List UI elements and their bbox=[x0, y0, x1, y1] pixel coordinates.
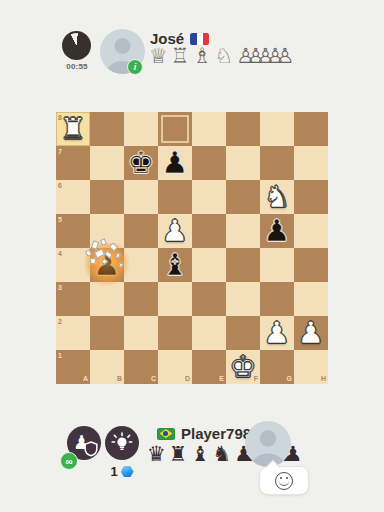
captured-pawns: ♙♙♙♙♙ bbox=[236, 46, 294, 67]
black-pawn-piece[interactable]: ♟ bbox=[158, 146, 192, 180]
rank-label: 7 bbox=[58, 148, 62, 155]
square-f5[interactable] bbox=[226, 214, 260, 248]
captured-piece: ♗ bbox=[193, 46, 212, 67]
captured-piece: ♝ bbox=[191, 444, 210, 465]
top-captured-tray: ♕♖♗♘♙♙♙♙♙ bbox=[149, 45, 294, 67]
black-pawn-piece[interactable]: ♟ bbox=[260, 214, 294, 248]
white-pawn-piece[interactable]: ♟ bbox=[294, 316, 328, 350]
rank-label: 4 bbox=[58, 250, 62, 257]
square-c8[interactable] bbox=[124, 112, 158, 146]
file-label: D bbox=[185, 375, 190, 382]
square-e5[interactable] bbox=[192, 214, 226, 248]
square-b7[interactable] bbox=[90, 146, 124, 180]
square-h2[interactable]: ♟ bbox=[294, 316, 328, 350]
file-label: E bbox=[219, 375, 224, 382]
square-c6[interactable] bbox=[124, 180, 158, 214]
chess-board[interactable]: 8♜7♚♟6♞5♟♟4♟♝32♟♟1ABCDEF♚GH bbox=[56, 112, 328, 384]
square-h5[interactable] bbox=[294, 214, 328, 248]
square-d2[interactable] bbox=[158, 316, 192, 350]
file-label: B bbox=[117, 375, 122, 382]
captured-piece: ♞ bbox=[212, 444, 231, 465]
square-b2[interactable] bbox=[90, 316, 124, 350]
square-c4[interactable] bbox=[124, 248, 158, 282]
square-f6[interactable] bbox=[226, 180, 260, 214]
rank-label: 2 bbox=[58, 318, 62, 325]
square-h3[interactable] bbox=[294, 282, 328, 316]
white-pawn-piece[interactable]: ♟ bbox=[260, 316, 294, 350]
square-g5[interactable]: ♟ bbox=[260, 214, 294, 248]
square-f8[interactable] bbox=[226, 112, 260, 146]
square-c1[interactable]: C bbox=[124, 350, 158, 384]
square-g6[interactable]: ♞ bbox=[260, 180, 294, 214]
rank-label: 1 bbox=[58, 352, 62, 359]
square-e8[interactable] bbox=[192, 112, 226, 146]
square-c3[interactable] bbox=[124, 282, 158, 316]
file-label: C bbox=[151, 375, 156, 382]
square-d6[interactable] bbox=[158, 180, 192, 214]
chat-emoji-button[interactable] bbox=[259, 466, 309, 495]
square-f4[interactable] bbox=[226, 248, 260, 282]
square-g1[interactable]: G bbox=[260, 350, 294, 384]
square-h6[interactable] bbox=[294, 180, 328, 214]
white-knight-piece[interactable]: ♞ bbox=[260, 180, 294, 214]
black-pawn-piece[interactable]: ♟ bbox=[90, 248, 124, 282]
square-f2[interactable] bbox=[226, 316, 260, 350]
white-pawn-piece[interactable]: ♟ bbox=[158, 214, 192, 248]
square-e2[interactable] bbox=[192, 316, 226, 350]
square-e1[interactable]: E bbox=[192, 350, 226, 384]
square-a7[interactable]: 7 bbox=[56, 146, 90, 180]
square-d3[interactable] bbox=[158, 282, 192, 316]
square-b3[interactable] bbox=[90, 282, 124, 316]
rank-label: 8 bbox=[58, 114, 62, 121]
square-b4[interactable]: ♟ bbox=[90, 248, 124, 282]
france-flag-icon bbox=[190, 33, 209, 45]
square-g7[interactable] bbox=[260, 146, 294, 180]
square-g8[interactable] bbox=[260, 112, 294, 146]
square-d1[interactable]: D bbox=[158, 350, 192, 384]
pawn-shield-icon: ♟ bbox=[73, 432, 95, 454]
captured-piece: ♜ bbox=[169, 444, 188, 465]
bottom-player-name: Player798 bbox=[181, 426, 251, 441]
hint-button[interactable] bbox=[105, 426, 139, 460]
chess-app-screen: 00:55 i José ♕♖♗♘♙♙♙♙♙ 8♜7♚♟6♞5♟♟4♟♝32♟♟… bbox=[0, 0, 384, 512]
move-origin-frame bbox=[161, 115, 189, 143]
square-e6[interactable] bbox=[192, 180, 226, 214]
square-f3[interactable] bbox=[226, 282, 260, 316]
top-clock-time: 00:55 bbox=[56, 62, 98, 71]
captured-piece: ♕ bbox=[149, 46, 168, 67]
square-d4[interactable]: ♝ bbox=[158, 248, 192, 282]
rank-label: 6 bbox=[58, 182, 62, 189]
info-badge[interactable]: i bbox=[127, 59, 143, 75]
square-b8[interactable] bbox=[90, 112, 124, 146]
rank-label: 5 bbox=[58, 216, 62, 223]
gem-icon bbox=[121, 466, 134, 477]
square-h7[interactable] bbox=[294, 146, 328, 180]
square-f7[interactable] bbox=[226, 146, 260, 180]
square-b1[interactable]: B bbox=[90, 350, 124, 384]
file-label: F bbox=[254, 375, 258, 382]
bottom-avatar[interactable] bbox=[245, 421, 291, 467]
square-d5[interactable]: ♟ bbox=[158, 214, 192, 248]
square-e3[interactable] bbox=[192, 282, 226, 316]
person-silhouette-icon bbox=[245, 421, 291, 467]
hint-count: 1 bbox=[110, 464, 117, 479]
rank-label: 3 bbox=[58, 284, 62, 291]
square-g3[interactable] bbox=[260, 282, 294, 316]
lightbulb-icon bbox=[111, 432, 133, 454]
square-a6[interactable]: 6 bbox=[56, 180, 90, 214]
square-e7[interactable] bbox=[192, 146, 226, 180]
square-d7[interactable]: ♟ bbox=[158, 146, 192, 180]
captured-piece: ♛ bbox=[147, 444, 166, 465]
square-a1[interactable]: 1A bbox=[56, 350, 90, 384]
smiley-icon bbox=[275, 472, 293, 490]
file-label: A bbox=[83, 375, 88, 382]
square-h1[interactable]: H bbox=[294, 350, 328, 384]
captured-piece: ♘ bbox=[214, 46, 233, 67]
square-e4[interactable] bbox=[192, 248, 226, 282]
black-bishop-piece[interactable]: ♝ bbox=[158, 248, 192, 282]
square-a8[interactable]: 8♜ bbox=[56, 112, 90, 146]
square-h8[interactable] bbox=[294, 112, 328, 146]
square-f1[interactable]: F♚ bbox=[226, 350, 260, 384]
square-b6[interactable] bbox=[90, 180, 124, 214]
square-c2[interactable] bbox=[124, 316, 158, 350]
square-g4[interactable] bbox=[260, 248, 294, 282]
square-d8[interactable] bbox=[158, 112, 192, 146]
square-g2[interactable]: ♟ bbox=[260, 316, 294, 350]
file-label: G bbox=[287, 375, 292, 382]
black-king-piece[interactable]: ♚ bbox=[124, 146, 158, 180]
infinity-badge: ∞ bbox=[60, 452, 78, 470]
top-clock-icon bbox=[62, 31, 91, 60]
brazil-flag-icon bbox=[157, 428, 175, 440]
captured-piece: ♖ bbox=[171, 46, 190, 67]
square-c5[interactable] bbox=[124, 214, 158, 248]
square-a2[interactable]: 2 bbox=[56, 316, 90, 350]
square-c7[interactable]: ♚ bbox=[124, 146, 158, 180]
file-label: H bbox=[321, 375, 326, 382]
square-h4[interactable] bbox=[294, 248, 328, 282]
square-a3[interactable]: 3 bbox=[56, 282, 90, 316]
